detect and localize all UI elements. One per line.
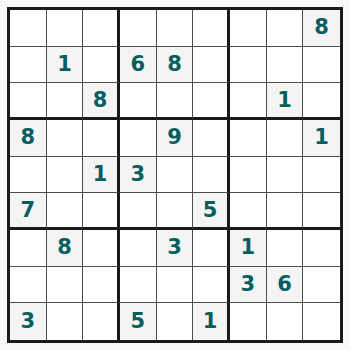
cell-r7c4[interactable] [120, 230, 157, 267]
cell-r3c3: 8 [83, 83, 120, 120]
cell-r2c6[interactable] [193, 47, 230, 84]
cell-r3c1[interactable] [10, 83, 47, 120]
cell-r2c8[interactable] [267, 47, 304, 84]
cell-r9c6: 1 [193, 303, 230, 340]
cell-r2c7[interactable] [230, 47, 267, 84]
cell-r9c7[interactable] [230, 303, 267, 340]
cell-r6c7[interactable] [230, 193, 267, 230]
cell-r7c1[interactable] [10, 230, 47, 267]
cell-r5c1[interactable] [10, 157, 47, 194]
cell-r3c9[interactable] [303, 83, 340, 120]
cell-r1c5[interactable] [157, 10, 194, 47]
cell-r8c1[interactable] [10, 267, 47, 304]
cell-r5c7[interactable] [230, 157, 267, 194]
cell-r7c8[interactable] [267, 230, 304, 267]
cell-r6c4[interactable] [120, 193, 157, 230]
cell-r1c9: 8 [303, 10, 340, 47]
cell-r8c7: 3 [230, 267, 267, 304]
cell-r4c6[interactable] [193, 120, 230, 157]
cell-r6c6: 5 [193, 193, 230, 230]
sudoku-board: 816881891137583136351 [7, 7, 343, 343]
cell-r4c4[interactable] [120, 120, 157, 157]
cell-r8c6[interactable] [193, 267, 230, 304]
cell-r7c2: 8 [47, 230, 84, 267]
cell-r6c3[interactable] [83, 193, 120, 230]
cell-r8c5[interactable] [157, 267, 194, 304]
cell-r9c8[interactable] [267, 303, 304, 340]
cell-r6c9[interactable] [303, 193, 340, 230]
cell-r3c7[interactable] [230, 83, 267, 120]
cell-r4c8[interactable] [267, 120, 304, 157]
cell-r5c5[interactable] [157, 157, 194, 194]
cell-r3c5[interactable] [157, 83, 194, 120]
cell-r9c9[interactable] [303, 303, 340, 340]
cell-r2c4: 6 [120, 47, 157, 84]
cell-r5c4: 3 [120, 157, 157, 194]
cell-r4c2[interactable] [47, 120, 84, 157]
cell-r4c1: 8 [10, 120, 47, 157]
sudoku-page: 816881891137583136351 [0, 0, 350, 350]
cell-r1c2[interactable] [47, 10, 84, 47]
cell-r8c4[interactable] [120, 267, 157, 304]
cell-r3c2[interactable] [47, 83, 84, 120]
cell-r8c8: 6 [267, 267, 304, 304]
cell-r2c9[interactable] [303, 47, 340, 84]
cell-r9c1: 3 [10, 303, 47, 340]
cell-r5c6[interactable] [193, 157, 230, 194]
cell-r9c4: 5 [120, 303, 157, 340]
cell-r7c5: 3 [157, 230, 194, 267]
cell-r7c6[interactable] [193, 230, 230, 267]
cell-r3c8: 1 [267, 83, 304, 120]
cell-r8c9[interactable] [303, 267, 340, 304]
cell-r1c4[interactable] [120, 10, 157, 47]
cell-r1c8[interactable] [267, 10, 304, 47]
cell-r7c3[interactable] [83, 230, 120, 267]
cell-r6c8[interactable] [267, 193, 304, 230]
cell-r8c3[interactable] [83, 267, 120, 304]
cell-r4c3[interactable] [83, 120, 120, 157]
cell-r2c2: 1 [47, 47, 84, 84]
cell-r3c4[interactable] [120, 83, 157, 120]
cell-r6c1: 7 [10, 193, 47, 230]
cell-r9c5[interactable] [157, 303, 194, 340]
cell-r1c6[interactable] [193, 10, 230, 47]
cell-r1c7[interactable] [230, 10, 267, 47]
cell-r5c3: 1 [83, 157, 120, 194]
cell-r1c1[interactable] [10, 10, 47, 47]
cell-r6c2[interactable] [47, 193, 84, 230]
cell-r6c5[interactable] [157, 193, 194, 230]
cell-r2c1[interactable] [10, 47, 47, 84]
cell-r3c6[interactable] [193, 83, 230, 120]
cell-r5c9[interactable] [303, 157, 340, 194]
cell-r9c2[interactable] [47, 303, 84, 340]
cell-r8c2[interactable] [47, 267, 84, 304]
cell-r2c5: 8 [157, 47, 194, 84]
cell-r7c9[interactable] [303, 230, 340, 267]
cell-r2c3[interactable] [83, 47, 120, 84]
cell-r5c2[interactable] [47, 157, 84, 194]
cell-r4c5: 9 [157, 120, 194, 157]
cell-r9c3[interactable] [83, 303, 120, 340]
cell-r4c7[interactable] [230, 120, 267, 157]
cell-r5c8[interactable] [267, 157, 304, 194]
cell-r7c7: 1 [230, 230, 267, 267]
cell-r1c3[interactable] [83, 10, 120, 47]
cell-r4c9: 1 [303, 120, 340, 157]
